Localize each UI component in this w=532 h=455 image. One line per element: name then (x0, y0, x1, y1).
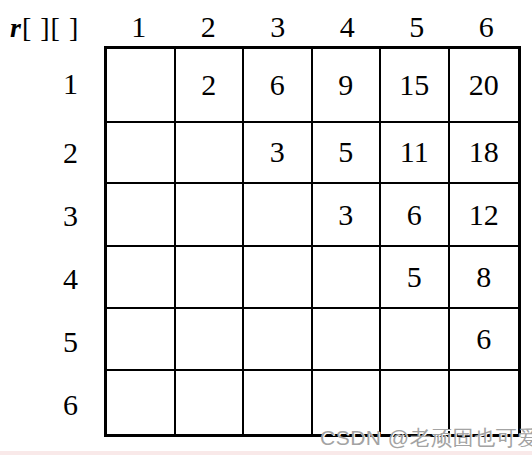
grid-cell-r1-c4: 9 (313, 49, 382, 123)
grid-cell-r2-c3: 3 (244, 123, 313, 185)
row-header-3: 3 (0, 184, 96, 247)
grid-cell-r4-c5: 5 (381, 247, 450, 309)
column-header-6: 6 (452, 4, 522, 44)
row-header-2: 2 (0, 121, 96, 184)
grid-cell-r2-c2 (176, 123, 245, 185)
grid-cell-r5-c6: 6 (450, 309, 519, 372)
grid-cell-r3-c6: 12 (450, 184, 519, 247)
grid-cell-r4-c2 (176, 247, 245, 309)
grid-cell-r4-c1 (107, 247, 176, 309)
grid-cell-r2-c5: 11 (381, 123, 450, 185)
row-header-1: 1 (0, 46, 96, 121)
row-labels: 123456 (0, 46, 96, 437)
grid-cell-r3-c3 (244, 184, 313, 247)
grid-cell-r1-c2: 2 (176, 49, 245, 123)
grid-cell-r2-c1 (107, 123, 176, 185)
row-header-4: 4 (0, 248, 96, 311)
grid-cell-r2-c4: 5 (313, 123, 382, 185)
corner-label-brackets: [ ][ ] (22, 12, 79, 43)
column-header-2: 2 (174, 4, 244, 44)
column-headers: 123456 (104, 4, 521, 44)
grid-cell-r5-c2 (176, 309, 245, 372)
grid-cell-r2-c6: 18 (450, 123, 519, 185)
grid-cell-r4-c3 (244, 247, 313, 309)
column-header-4: 4 (313, 4, 383, 44)
grid-cell-r1-c1 (107, 49, 176, 123)
grid-cell-r5-c5 (381, 309, 450, 372)
grid-cell-r4-c6: 8 (450, 247, 519, 309)
column-header-3: 3 (243, 4, 313, 44)
row-header-6: 6 (0, 374, 96, 437)
grid-cell-r1-c6: 20 (450, 49, 519, 123)
grid-cell-r1-c3: 6 (244, 49, 313, 123)
figure-dp-table: r[ ][ ] 123456 123456 269152035111836125… (0, 0, 532, 455)
grid-cell-r3-c5: 6 (381, 184, 450, 247)
corner-label-variable: r (10, 12, 21, 43)
grid-cell-r4-c4 (313, 247, 382, 309)
column-header-5: 5 (382, 4, 452, 44)
bottom-strip (0, 451, 532, 455)
grid-cell-r6-c3 (244, 371, 313, 434)
grid-cell-r6-c1 (107, 371, 176, 434)
grid-cell-r3-c1 (107, 184, 176, 247)
grid-cell-r6-c2 (176, 371, 245, 434)
watermark: CSDN @老顽固也可爱 (320, 424, 532, 452)
grid-cell-r5-c3 (244, 309, 313, 372)
grid-cell-r1-c5: 15 (381, 49, 450, 123)
grid-cell-r3-c2 (176, 184, 245, 247)
corner-label: r[ ][ ] (10, 12, 79, 44)
grid-cell-r3-c4: 3 (313, 184, 382, 247)
grid-cell-r5-c4 (313, 309, 382, 372)
grid: 26915203511183612586 (104, 46, 521, 437)
column-header-1: 1 (104, 4, 174, 44)
grid-cell-r5-c1 (107, 309, 176, 372)
row-header-5: 5 (0, 311, 96, 374)
